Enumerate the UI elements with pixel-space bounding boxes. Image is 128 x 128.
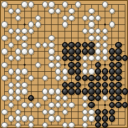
board-point[interactable] bbox=[28, 102, 35, 109]
board-point[interactable] bbox=[21, 41, 28, 48]
board-point[interactable] bbox=[95, 55, 102, 62]
board-point[interactable] bbox=[75, 8, 82, 15]
board-point[interactable] bbox=[15, 102, 22, 109]
board-point[interactable] bbox=[41, 88, 48, 95]
board-point[interactable] bbox=[68, 75, 75, 82]
board-point[interactable] bbox=[8, 15, 15, 22]
board-point[interactable] bbox=[48, 35, 55, 42]
board-point[interactable] bbox=[68, 108, 75, 115]
board-point[interactable] bbox=[88, 15, 95, 22]
board-point[interactable] bbox=[88, 41, 95, 48]
board-point[interactable] bbox=[95, 41, 102, 48]
board-point[interactable] bbox=[61, 15, 68, 22]
board-point[interactable] bbox=[41, 8, 48, 15]
board-point[interactable] bbox=[1, 28, 8, 35]
board-point[interactable] bbox=[8, 108, 15, 115]
board-point[interactable] bbox=[41, 68, 48, 75]
board-point[interactable] bbox=[55, 82, 62, 89]
board-point[interactable] bbox=[55, 28, 62, 35]
board-point[interactable] bbox=[102, 115, 109, 122]
board-point[interactable] bbox=[115, 102, 122, 109]
board-point[interactable] bbox=[48, 28, 55, 35]
board-point[interactable] bbox=[35, 122, 42, 128]
board-point[interactable] bbox=[102, 48, 109, 55]
board-point[interactable] bbox=[35, 115, 42, 122]
board-point[interactable] bbox=[41, 41, 48, 48]
board-point[interactable] bbox=[102, 75, 109, 82]
board-point[interactable] bbox=[15, 48, 22, 55]
board-point[interactable] bbox=[88, 102, 95, 109]
board-point[interactable] bbox=[82, 88, 89, 95]
board-point[interactable] bbox=[48, 48, 55, 55]
board-point[interactable] bbox=[68, 1, 75, 8]
board-point[interactable] bbox=[61, 35, 68, 42]
board-point[interactable] bbox=[1, 61, 8, 68]
board-point[interactable] bbox=[61, 102, 68, 109]
board-point[interactable] bbox=[122, 82, 128, 89]
board-point[interactable] bbox=[88, 68, 95, 75]
board-point[interactable] bbox=[8, 102, 15, 109]
board-point[interactable] bbox=[122, 48, 128, 55]
board-point[interactable] bbox=[48, 61, 55, 68]
board-point[interactable] bbox=[35, 8, 42, 15]
board-point[interactable] bbox=[41, 15, 48, 22]
board-point[interactable] bbox=[21, 28, 28, 35]
board-point[interactable] bbox=[95, 108, 102, 115]
board-point[interactable] bbox=[75, 55, 82, 62]
board-point[interactable] bbox=[8, 61, 15, 68]
board-point[interactable] bbox=[55, 1, 62, 8]
board-point[interactable] bbox=[8, 95, 15, 102]
board-point[interactable] bbox=[8, 115, 15, 122]
board-point[interactable] bbox=[35, 88, 42, 95]
board-point[interactable] bbox=[68, 48, 75, 55]
board-point[interactable] bbox=[48, 115, 55, 122]
board-point[interactable] bbox=[41, 75, 48, 82]
board-point[interactable] bbox=[28, 122, 35, 128]
board-point[interactable] bbox=[1, 82, 8, 89]
board-point[interactable] bbox=[122, 102, 128, 109]
board-point[interactable] bbox=[68, 115, 75, 122]
board-point[interactable] bbox=[48, 82, 55, 89]
board-point[interactable] bbox=[122, 41, 128, 48]
board-point[interactable] bbox=[28, 115, 35, 122]
board-point[interactable] bbox=[28, 41, 35, 48]
board-point[interactable] bbox=[41, 115, 48, 122]
board-point[interactable] bbox=[82, 68, 89, 75]
board-point[interactable] bbox=[75, 82, 82, 89]
board-point[interactable] bbox=[82, 1, 89, 8]
board-point[interactable] bbox=[122, 95, 128, 102]
board-point[interactable] bbox=[68, 95, 75, 102]
board-point[interactable] bbox=[61, 8, 68, 15]
board-point[interactable] bbox=[115, 41, 122, 48]
board-point[interactable] bbox=[95, 28, 102, 35]
board-point[interactable] bbox=[1, 108, 8, 115]
board-point[interactable] bbox=[21, 88, 28, 95]
board-point[interactable] bbox=[55, 88, 62, 95]
board-point[interactable] bbox=[28, 61, 35, 68]
board-point[interactable] bbox=[21, 68, 28, 75]
board-point[interactable] bbox=[115, 28, 122, 35]
board-point[interactable] bbox=[28, 48, 35, 55]
board-point[interactable] bbox=[115, 48, 122, 55]
board-point[interactable] bbox=[41, 95, 48, 102]
board-point[interactable] bbox=[55, 61, 62, 68]
board-point[interactable] bbox=[55, 122, 62, 128]
board-point[interactable] bbox=[68, 88, 75, 95]
board-point[interactable] bbox=[61, 122, 68, 128]
board-point[interactable] bbox=[21, 122, 28, 128]
board-point[interactable] bbox=[95, 15, 102, 22]
board-point[interactable] bbox=[41, 61, 48, 68]
board-point[interactable] bbox=[82, 8, 89, 15]
board-point[interactable] bbox=[35, 41, 42, 48]
board-point[interactable] bbox=[75, 75, 82, 82]
board-point[interactable] bbox=[21, 55, 28, 62]
board-point[interactable] bbox=[108, 102, 115, 109]
board-point[interactable] bbox=[35, 68, 42, 75]
board-point[interactable] bbox=[48, 8, 55, 15]
board-point[interactable] bbox=[68, 35, 75, 42]
board-point[interactable] bbox=[48, 41, 55, 48]
board-point[interactable] bbox=[68, 41, 75, 48]
board-point[interactable] bbox=[75, 21, 82, 28]
board-point[interactable] bbox=[8, 82, 15, 89]
board-point[interactable] bbox=[55, 102, 62, 109]
board-point[interactable] bbox=[21, 115, 28, 122]
board-point[interactable] bbox=[82, 122, 89, 128]
board-point[interactable] bbox=[82, 48, 89, 55]
board-point[interactable] bbox=[115, 68, 122, 75]
board-point[interactable] bbox=[75, 41, 82, 48]
board-point[interactable] bbox=[21, 61, 28, 68]
board-point[interactable] bbox=[48, 1, 55, 8]
board-point[interactable] bbox=[108, 61, 115, 68]
board-point[interactable] bbox=[82, 55, 89, 62]
board-point[interactable] bbox=[15, 75, 22, 82]
board-point[interactable] bbox=[15, 68, 22, 75]
board-point[interactable] bbox=[21, 15, 28, 22]
board-point[interactable] bbox=[41, 102, 48, 109]
board-point[interactable] bbox=[95, 35, 102, 42]
board-point[interactable] bbox=[15, 108, 22, 115]
board-point[interactable] bbox=[115, 75, 122, 82]
board-point[interactable] bbox=[48, 108, 55, 115]
board-point[interactable] bbox=[122, 35, 128, 42]
board-point[interactable] bbox=[61, 68, 68, 75]
board-point[interactable] bbox=[28, 28, 35, 35]
board-point[interactable] bbox=[15, 1, 22, 8]
board-point[interactable] bbox=[108, 8, 115, 15]
board-point[interactable] bbox=[15, 122, 22, 128]
board-point[interactable] bbox=[88, 1, 95, 8]
board-point[interactable] bbox=[61, 61, 68, 68]
board-point[interactable] bbox=[82, 61, 89, 68]
board-point[interactable] bbox=[1, 122, 8, 128]
board-point[interactable] bbox=[115, 55, 122, 62]
board-point[interactable] bbox=[48, 68, 55, 75]
board-point[interactable] bbox=[35, 55, 42, 62]
board-point[interactable] bbox=[21, 21, 28, 28]
board-point[interactable] bbox=[122, 61, 128, 68]
board-point[interactable] bbox=[68, 102, 75, 109]
board-point[interactable] bbox=[41, 48, 48, 55]
board-point[interactable] bbox=[15, 15, 22, 22]
board-point[interactable] bbox=[21, 75, 28, 82]
board-point[interactable] bbox=[82, 95, 89, 102]
board-point[interactable] bbox=[61, 41, 68, 48]
board-point[interactable] bbox=[61, 48, 68, 55]
board-point[interactable] bbox=[21, 95, 28, 102]
board-point[interactable] bbox=[61, 21, 68, 28]
board-point[interactable] bbox=[61, 55, 68, 62]
board-point[interactable] bbox=[82, 21, 89, 28]
board-point[interactable] bbox=[15, 28, 22, 35]
board-point[interactable] bbox=[95, 82, 102, 89]
board-point[interactable] bbox=[88, 122, 95, 128]
board-point[interactable] bbox=[108, 15, 115, 22]
board-point[interactable] bbox=[28, 68, 35, 75]
board-point[interactable] bbox=[108, 48, 115, 55]
board-point[interactable] bbox=[1, 35, 8, 42]
board-point[interactable] bbox=[1, 88, 8, 95]
board-point[interactable] bbox=[95, 88, 102, 95]
board-point[interactable] bbox=[28, 55, 35, 62]
board-point[interactable] bbox=[68, 122, 75, 128]
board-point[interactable] bbox=[108, 82, 115, 89]
board-point[interactable] bbox=[108, 55, 115, 62]
board-point[interactable] bbox=[95, 1, 102, 8]
board-point[interactable] bbox=[35, 108, 42, 115]
board-point[interactable] bbox=[75, 122, 82, 128]
board-point[interactable] bbox=[1, 95, 8, 102]
board-point[interactable] bbox=[8, 35, 15, 42]
board-point[interactable] bbox=[8, 28, 15, 35]
board-point[interactable] bbox=[75, 61, 82, 68]
board-point[interactable] bbox=[75, 15, 82, 22]
board-point[interactable] bbox=[21, 1, 28, 8]
board-point[interactable] bbox=[68, 82, 75, 89]
board-point[interactable] bbox=[95, 122, 102, 128]
board-point[interactable] bbox=[102, 55, 109, 62]
board-point[interactable] bbox=[1, 68, 8, 75]
board-point[interactable] bbox=[8, 75, 15, 82]
board-point[interactable] bbox=[82, 35, 89, 42]
board-point[interactable] bbox=[48, 55, 55, 62]
board-point[interactable] bbox=[122, 28, 128, 35]
board-point[interactable] bbox=[82, 41, 89, 48]
board-point[interactable] bbox=[61, 88, 68, 95]
board-point[interactable] bbox=[122, 122, 128, 128]
board-point[interactable] bbox=[41, 1, 48, 8]
board-point[interactable] bbox=[122, 88, 128, 95]
board-point[interactable] bbox=[21, 108, 28, 115]
board-point[interactable] bbox=[102, 28, 109, 35]
board-point[interactable] bbox=[108, 21, 115, 28]
board-point[interactable] bbox=[95, 61, 102, 68]
board-point[interactable] bbox=[95, 95, 102, 102]
board-point[interactable] bbox=[41, 21, 48, 28]
board-point[interactable] bbox=[88, 75, 95, 82]
board-point[interactable] bbox=[68, 15, 75, 22]
board-point[interactable] bbox=[15, 88, 22, 95]
board-point[interactable] bbox=[35, 21, 42, 28]
board-point[interactable] bbox=[1, 55, 8, 62]
board-point[interactable] bbox=[48, 15, 55, 22]
board-point[interactable] bbox=[1, 48, 8, 55]
board-point[interactable] bbox=[35, 61, 42, 68]
board-point[interactable] bbox=[115, 8, 122, 15]
board-point[interactable] bbox=[115, 88, 122, 95]
board-point[interactable] bbox=[88, 88, 95, 95]
board-point[interactable] bbox=[41, 35, 48, 42]
board-point[interactable] bbox=[108, 68, 115, 75]
board-point[interactable] bbox=[48, 95, 55, 102]
board-point[interactable] bbox=[108, 75, 115, 82]
board-point[interactable] bbox=[95, 8, 102, 15]
board-point[interactable] bbox=[61, 108, 68, 115]
board-point[interactable] bbox=[108, 108, 115, 115]
board-point[interactable] bbox=[15, 115, 22, 122]
board-point[interactable] bbox=[55, 115, 62, 122]
board-point[interactable] bbox=[8, 48, 15, 55]
board-point[interactable] bbox=[68, 8, 75, 15]
board-point[interactable] bbox=[115, 35, 122, 42]
board-point[interactable] bbox=[115, 21, 122, 28]
board-point[interactable] bbox=[8, 21, 15, 28]
board-point[interactable] bbox=[28, 75, 35, 82]
board-point[interactable] bbox=[48, 122, 55, 128]
board-point[interactable] bbox=[102, 8, 109, 15]
board-point[interactable] bbox=[102, 88, 109, 95]
board-point[interactable] bbox=[122, 15, 128, 22]
board-point[interactable] bbox=[82, 28, 89, 35]
board-point[interactable] bbox=[82, 108, 89, 115]
board-point[interactable] bbox=[75, 48, 82, 55]
board-point[interactable] bbox=[95, 102, 102, 109]
board-point[interactable] bbox=[122, 55, 128, 62]
board-point[interactable] bbox=[8, 68, 15, 75]
board-point[interactable] bbox=[15, 82, 22, 89]
board-point[interactable] bbox=[108, 122, 115, 128]
board-point[interactable] bbox=[41, 55, 48, 62]
board-point[interactable] bbox=[102, 1, 109, 8]
board-point[interactable] bbox=[35, 75, 42, 82]
board-point[interactable] bbox=[122, 8, 128, 15]
board-point[interactable] bbox=[75, 95, 82, 102]
board-point[interactable] bbox=[115, 108, 122, 115]
board-point[interactable] bbox=[55, 55, 62, 62]
board-point[interactable] bbox=[95, 115, 102, 122]
board-point[interactable] bbox=[35, 15, 42, 22]
board-point[interactable] bbox=[61, 95, 68, 102]
board-point[interactable] bbox=[75, 108, 82, 115]
board-point[interactable] bbox=[41, 82, 48, 89]
board-point[interactable] bbox=[55, 41, 62, 48]
board-point[interactable] bbox=[35, 95, 42, 102]
board-point[interactable] bbox=[102, 122, 109, 128]
board-point[interactable] bbox=[28, 108, 35, 115]
board-point[interactable] bbox=[35, 35, 42, 42]
board-point[interactable] bbox=[35, 28, 42, 35]
board-point[interactable] bbox=[28, 35, 35, 42]
board-point[interactable] bbox=[115, 115, 122, 122]
board-point[interactable] bbox=[48, 75, 55, 82]
board-point[interactable] bbox=[115, 61, 122, 68]
board-point[interactable] bbox=[88, 61, 95, 68]
board-point[interactable] bbox=[61, 82, 68, 89]
board-point[interactable] bbox=[122, 75, 128, 82]
board-point[interactable] bbox=[115, 122, 122, 128]
board-point[interactable] bbox=[55, 95, 62, 102]
board-point[interactable] bbox=[28, 95, 35, 102]
board-point[interactable] bbox=[102, 21, 109, 28]
board-point[interactable] bbox=[88, 95, 95, 102]
board-point[interactable] bbox=[108, 41, 115, 48]
board-point[interactable] bbox=[41, 28, 48, 35]
board-point[interactable] bbox=[75, 68, 82, 75]
board-point[interactable] bbox=[102, 15, 109, 22]
board-point[interactable] bbox=[1, 75, 8, 82]
board-point[interactable] bbox=[15, 21, 22, 28]
board-point[interactable] bbox=[88, 48, 95, 55]
board-point[interactable] bbox=[108, 88, 115, 95]
board-point[interactable] bbox=[21, 82, 28, 89]
board-point[interactable] bbox=[115, 82, 122, 89]
board-point[interactable] bbox=[28, 8, 35, 15]
board-point[interactable] bbox=[68, 55, 75, 62]
board-point[interactable] bbox=[122, 21, 128, 28]
board-point[interactable] bbox=[122, 108, 128, 115]
board-point[interactable] bbox=[75, 115, 82, 122]
board-point[interactable] bbox=[41, 108, 48, 115]
board-point[interactable] bbox=[88, 108, 95, 115]
board-point[interactable] bbox=[28, 1, 35, 8]
board-point[interactable] bbox=[55, 75, 62, 82]
board-point[interactable] bbox=[88, 82, 95, 89]
board-point[interactable] bbox=[21, 48, 28, 55]
board-point[interactable] bbox=[55, 68, 62, 75]
board-point[interactable] bbox=[75, 28, 82, 35]
board-point[interactable] bbox=[61, 28, 68, 35]
board-point[interactable] bbox=[102, 95, 109, 102]
board-point[interactable] bbox=[21, 35, 28, 42]
board-point[interactable] bbox=[15, 61, 22, 68]
board-point[interactable] bbox=[55, 8, 62, 15]
board-point[interactable] bbox=[8, 1, 15, 8]
board-point[interactable] bbox=[1, 21, 8, 28]
board-point[interactable] bbox=[102, 35, 109, 42]
board-point[interactable] bbox=[82, 75, 89, 82]
board-point[interactable] bbox=[102, 82, 109, 89]
board-point[interactable] bbox=[48, 88, 55, 95]
board-point[interactable] bbox=[35, 48, 42, 55]
board-point[interactable] bbox=[1, 8, 8, 15]
board-point[interactable] bbox=[1, 102, 8, 109]
board-point[interactable] bbox=[108, 95, 115, 102]
board-point[interactable] bbox=[61, 1, 68, 8]
board-point[interactable] bbox=[108, 28, 115, 35]
board-point[interactable] bbox=[28, 21, 35, 28]
board-point[interactable] bbox=[55, 48, 62, 55]
board-point[interactable] bbox=[55, 35, 62, 42]
board-point[interactable] bbox=[1, 115, 8, 122]
board-point[interactable] bbox=[75, 35, 82, 42]
board-point[interactable] bbox=[102, 102, 109, 109]
board-point[interactable] bbox=[95, 68, 102, 75]
board-point[interactable] bbox=[75, 1, 82, 8]
